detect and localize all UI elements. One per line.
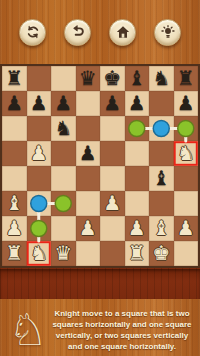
toolbar xyxy=(0,0,200,64)
square-g5[interactable] xyxy=(149,141,174,166)
chess-board: ♜♛♚♝♞♜♟♟♟♟♟♟♞♟♟♞♝♝♟♟♟♟♝♟♜♞♛♜♚ xyxy=(0,64,200,268)
square-g4[interactable]: ♝ xyxy=(149,166,174,191)
board-grid: ♜♛♚♝♞♜♟♟♟♟♟♟♞♟♟♞♝♝♟♟♟♟♝♟♜♞♛♜♚ xyxy=(2,66,198,266)
undo-button[interactable] xyxy=(64,19,91,46)
square-g3[interactable] xyxy=(149,191,174,216)
square-c8[interactable] xyxy=(51,66,76,91)
piece-white-pawn: ♟ xyxy=(5,218,23,238)
piece-white-queen: ♛ xyxy=(54,243,72,263)
chess-app-screen: ♜♛♚♝♞♜♟♟♟♟♟♟♞♟♟♞♝♝♟♟♟♟♝♟♜♞♛♜♚ ♘ Knight m… xyxy=(0,0,200,356)
piece-white-king: ♚ xyxy=(152,243,170,263)
restart-button[interactable] xyxy=(19,19,46,46)
piece-white-pawn: ♟ xyxy=(79,218,97,238)
square-h1[interactable] xyxy=(174,241,199,266)
square-f2[interactable]: ♟ xyxy=(125,216,150,241)
piece-white-pawn: ♟ xyxy=(103,193,121,213)
square-a4[interactable] xyxy=(2,166,27,191)
square-b7[interactable]: ♟ xyxy=(27,91,52,116)
square-f6[interactable] xyxy=(125,116,150,141)
square-c2[interactable] xyxy=(51,216,76,241)
square-h8[interactable]: ♜ xyxy=(174,66,199,91)
piece-black-rook: ♜ xyxy=(5,68,23,88)
piece-black-knight: ♞ xyxy=(152,68,170,88)
square-h5[interactable]: ♞ xyxy=(174,141,199,166)
square-b2[interactable] xyxy=(27,216,52,241)
square-a3[interactable]: ♝ xyxy=(2,191,27,216)
square-c7[interactable]: ♟ xyxy=(51,91,76,116)
square-f1[interactable]: ♜ xyxy=(125,241,150,266)
square-h2[interactable]: ♟ xyxy=(174,216,199,241)
square-e4[interactable] xyxy=(100,166,125,191)
square-e3[interactable]: ♟ xyxy=(100,191,125,216)
square-f4[interactable] xyxy=(125,166,150,191)
square-b5[interactable]: ♟ xyxy=(27,141,52,166)
piece-black-pawn: ♟ xyxy=(54,93,72,113)
square-d3[interactable] xyxy=(76,191,101,216)
square-a1[interactable]: ♜ xyxy=(2,241,27,266)
divider-band xyxy=(0,268,200,299)
piece-black-pawn: ♟ xyxy=(5,93,23,113)
square-c4[interactable] xyxy=(51,166,76,191)
square-g8[interactable]: ♞ xyxy=(149,66,174,91)
tutorial-text: Knight move to a square that is two squa… xyxy=(52,308,194,352)
square-b1[interactable]: ♞ xyxy=(27,241,52,266)
piece-black-pawn: ♟ xyxy=(79,143,97,163)
square-a2[interactable]: ♟ xyxy=(2,216,27,241)
piece-white-rook: ♜ xyxy=(128,243,146,263)
piece-black-pawn: ♟ xyxy=(128,93,146,113)
square-e2[interactable] xyxy=(100,216,125,241)
square-g2[interactable]: ♝ xyxy=(149,216,174,241)
undo-icon xyxy=(70,24,86,40)
square-e8[interactable]: ♚ xyxy=(100,66,125,91)
square-e5[interactable] xyxy=(100,141,125,166)
knight-icon: ♘ xyxy=(4,306,52,354)
refresh-icon xyxy=(25,24,41,40)
square-c1[interactable]: ♛ xyxy=(51,241,76,266)
piece-black-pawn: ♟ xyxy=(177,93,195,113)
square-a8[interactable]: ♜ xyxy=(2,66,27,91)
square-b6[interactable] xyxy=(27,116,52,141)
square-e7[interactable]: ♟ xyxy=(100,91,125,116)
square-c6[interactable]: ♞ xyxy=(51,116,76,141)
tutorial-panel: ♘ Knight move to a square that is two sq… xyxy=(0,299,200,356)
piece-black-pawn: ♟ xyxy=(103,93,121,113)
square-g6[interactable] xyxy=(149,116,174,141)
piece-black-king: ♚ xyxy=(103,68,121,88)
square-e6[interactable] xyxy=(100,116,125,141)
square-a6[interactable] xyxy=(2,116,27,141)
piece-black-bishop: ♝ xyxy=(152,168,170,188)
square-c5[interactable] xyxy=(51,141,76,166)
square-d2[interactable]: ♟ xyxy=(76,216,101,241)
hint-button[interactable] xyxy=(154,19,181,46)
square-e1[interactable] xyxy=(100,241,125,266)
square-d7[interactable] xyxy=(76,91,101,116)
square-h4[interactable] xyxy=(174,166,199,191)
lightbulb-icon xyxy=(160,24,176,40)
piece-white-pawn: ♟ xyxy=(177,218,195,238)
piece-white-rook: ♜ xyxy=(5,243,23,263)
square-a7[interactable]: ♟ xyxy=(2,91,27,116)
piece-white-knight: ♞ xyxy=(177,143,195,163)
piece-black-pawn: ♟ xyxy=(30,93,48,113)
square-d8[interactable]: ♛ xyxy=(76,66,101,91)
piece-white-bishop: ♝ xyxy=(152,218,170,238)
piece-black-rook: ♜ xyxy=(177,68,195,88)
piece-white-bishop: ♝ xyxy=(5,193,23,213)
square-f7[interactable]: ♟ xyxy=(125,91,150,116)
piece-black-bishop: ♝ xyxy=(128,68,146,88)
square-b8[interactable] xyxy=(27,66,52,91)
square-b4[interactable] xyxy=(27,166,52,191)
square-f5[interactable] xyxy=(125,141,150,166)
square-h6[interactable] xyxy=(174,116,199,141)
piece-white-pawn: ♟ xyxy=(30,143,48,163)
square-d1[interactable] xyxy=(76,241,101,266)
square-d4[interactable] xyxy=(76,166,101,191)
home-icon xyxy=(115,24,131,40)
square-f3[interactable] xyxy=(125,191,150,216)
square-d6[interactable] xyxy=(76,116,101,141)
square-f8[interactable]: ♝ xyxy=(125,66,150,91)
piece-white-pawn: ♟ xyxy=(128,218,146,238)
piece-black-knight: ♞ xyxy=(54,118,72,138)
piece-black-queen: ♛ xyxy=(79,68,97,88)
square-g7[interactable] xyxy=(149,91,174,116)
piece-white-knight: ♞ xyxy=(30,243,48,263)
square-a5[interactable] xyxy=(2,141,27,166)
square-b3[interactable] xyxy=(27,191,52,216)
square-h7[interactable]: ♟ xyxy=(174,91,199,116)
square-c3[interactable] xyxy=(51,191,76,216)
home-button[interactable] xyxy=(109,19,136,46)
square-h3[interactable] xyxy=(174,191,199,216)
square-d5[interactable]: ♟ xyxy=(76,141,101,166)
square-g1[interactable]: ♚ xyxy=(149,241,174,266)
